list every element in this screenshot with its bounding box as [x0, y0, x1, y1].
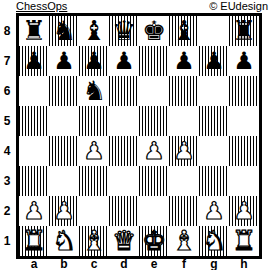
rank-label-7: 7 [0, 46, 14, 76]
square-f7[interactable]: ♟ [169, 46, 199, 76]
square-a1[interactable]: ♜ [19, 226, 49, 256]
square-f6[interactable] [169, 76, 199, 106]
white-pawn: ♟ [203, 196, 225, 226]
black-king: ♚ [142, 16, 166, 46]
white-pawn: ♟ [23, 196, 45, 226]
square-e3[interactable] [139, 166, 169, 196]
square-b5[interactable] [49, 106, 79, 136]
file-label-c: c [79, 259, 109, 270]
file-label-b: b [49, 259, 79, 270]
square-e4[interactable]: ♟ [139, 136, 169, 166]
square-c1[interactable]: ♝ [79, 226, 109, 256]
black-rook: ♜ [232, 16, 256, 46]
square-h7[interactable]: ♟ [229, 46, 259, 76]
file-label-d: d [109, 259, 139, 270]
white-pawn: ♟ [233, 196, 255, 226]
square-g6[interactable] [199, 76, 229, 106]
white-rook: ♜ [22, 226, 46, 256]
file-label-e: e [139, 259, 169, 270]
black-pawn: ♟ [113, 46, 135, 76]
square-d8[interactable]: ♛ [109, 16, 139, 46]
black-pawn: ♟ [233, 46, 255, 76]
square-c7[interactable]: ♟ [79, 46, 109, 76]
rank-labels: 87654321 [0, 16, 14, 256]
square-a8[interactable]: ♜ [19, 16, 49, 46]
square-c5[interactable] [79, 106, 109, 136]
square-h3[interactable] [229, 166, 259, 196]
square-e7[interactable] [139, 46, 169, 76]
square-f2[interactable] [169, 196, 199, 226]
square-a7[interactable]: ♟ [19, 46, 49, 76]
square-h2[interactable]: ♟ [229, 196, 259, 226]
square-d1[interactable]: ♛ [109, 226, 139, 256]
square-g4[interactable] [199, 136, 229, 166]
square-g7[interactable]: ♟ [199, 46, 229, 76]
rank-label-6: 6 [0, 76, 14, 106]
square-a3[interactable] [19, 166, 49, 196]
square-h8[interactable]: ♜ [229, 16, 259, 46]
file-label-h: h [229, 259, 259, 270]
square-b6[interactable] [49, 76, 79, 106]
square-d2[interactable] [109, 196, 139, 226]
square-b7[interactable]: ♟ [49, 46, 79, 76]
white-pawn: ♟ [53, 196, 75, 226]
square-d7[interactable]: ♟ [109, 46, 139, 76]
square-b8[interactable]: ♞ [49, 16, 79, 46]
square-e1[interactable]: ♚ [139, 226, 169, 256]
rank-label-1: 1 [0, 226, 14, 256]
square-b1[interactable]: ♞ [49, 226, 79, 256]
rank-label-3: 3 [0, 166, 14, 196]
copyright-credit: © EUdesign [209, 0, 268, 12]
square-g3[interactable] [199, 166, 229, 196]
black-knight: ♞ [52, 16, 76, 46]
square-f4[interactable]: ♟ [169, 136, 199, 166]
black-pawn: ♟ [83, 46, 105, 76]
header: ChessOps © EUdesign [0, 0, 270, 13]
rank-label-2: 2 [0, 196, 14, 226]
square-d3[interactable] [109, 166, 139, 196]
square-h4[interactable] [229, 136, 259, 166]
square-f3[interactable] [169, 166, 199, 196]
square-c8[interactable]: ♝ [79, 16, 109, 46]
square-d4[interactable] [109, 136, 139, 166]
square-e2[interactable] [139, 196, 169, 226]
square-e6[interactable] [139, 76, 169, 106]
file-label-a: a [19, 259, 49, 270]
square-a2[interactable]: ♟ [19, 196, 49, 226]
white-pawn: ♟ [173, 136, 195, 166]
square-a6[interactable] [19, 76, 49, 106]
white-king: ♚ [142, 226, 166, 256]
file-label-f: f [169, 259, 199, 270]
black-pawn: ♟ [23, 46, 45, 76]
file-label-g: g [199, 259, 229, 270]
black-bishop: ♝ [172, 16, 196, 46]
white-rook: ♜ [232, 226, 256, 256]
square-d5[interactable] [109, 106, 139, 136]
square-f1[interactable]: ♝ [169, 226, 199, 256]
app-title: ChessOps [16, 0, 67, 12]
black-pawn: ♟ [173, 46, 195, 76]
square-b2[interactable]: ♟ [49, 196, 79, 226]
square-b3[interactable] [49, 166, 79, 196]
square-a4[interactable] [19, 136, 49, 166]
black-bishop: ♝ [82, 16, 106, 46]
black-rook: ♜ [22, 16, 46, 46]
white-queen: ♛ [112, 226, 136, 256]
white-pawn: ♟ [83, 136, 105, 166]
square-g5[interactable] [199, 106, 229, 136]
white-bishop: ♝ [172, 226, 196, 256]
square-g2[interactable]: ♟ [199, 196, 229, 226]
square-f5[interactable] [169, 106, 199, 136]
square-b4[interactable] [49, 136, 79, 166]
rank-label-8: 8 [0, 16, 14, 46]
square-g1[interactable]: ♞ [199, 226, 229, 256]
white-pawn: ♟ [143, 136, 165, 166]
square-f8[interactable]: ♝ [169, 16, 199, 46]
square-c2[interactable] [79, 196, 109, 226]
square-d6[interactable] [109, 76, 139, 106]
square-h5[interactable] [229, 106, 259, 136]
white-bishop: ♝ [82, 226, 106, 256]
square-a5[interactable] [19, 106, 49, 136]
black-pawn: ♟ [53, 46, 75, 76]
square-e5[interactable] [139, 106, 169, 136]
black-pawn: ♟ [203, 46, 225, 76]
square-c6[interactable]: ♞ [79, 76, 109, 106]
white-knight: ♞ [52, 226, 76, 256]
square-h6[interactable] [229, 76, 259, 106]
black-knight: ♞ [82, 76, 106, 106]
square-e8[interactable]: ♚ [139, 16, 169, 46]
rank-label-5: 5 [0, 106, 14, 136]
file-labels: abcdefgh [19, 259, 259, 270]
chess-board: ♜♞♝♛♚♝♜♟♟♟♟♟♟♟♞♟♟♟♟♟♟♟♜♞♝♛♚♝♞♜ [16, 13, 262, 259]
square-c4[interactable]: ♟ [79, 136, 109, 166]
square-h1[interactable]: ♜ [229, 226, 259, 256]
white-knight: ♞ [202, 226, 226, 256]
square-c3[interactable] [79, 166, 109, 196]
rank-label-4: 4 [0, 136, 14, 166]
square-g8[interactable] [199, 16, 229, 46]
chessops-diagram: { "header": { "title": "ChessOps", "cred… [0, 0, 270, 270]
black-queen: ♛ [112, 16, 136, 46]
